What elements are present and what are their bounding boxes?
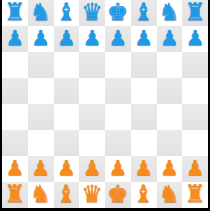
square-b8[interactable]: ♞ bbox=[28, 0, 54, 26]
square-h6[interactable] bbox=[182, 52, 208, 78]
piece-orange-pawn[interactable]: ♟ bbox=[134, 158, 153, 179]
piece-blue-pawn[interactable]: ♟ bbox=[5, 28, 24, 49]
square-e3[interactable] bbox=[105, 130, 131, 156]
piece-orange-bishop[interactable]: ♝ bbox=[133, 182, 155, 206]
square-a3[interactable] bbox=[2, 130, 28, 156]
piece-orange-rook[interactable]: ♜ bbox=[4, 182, 26, 206]
square-f8[interactable]: ♝ bbox=[131, 0, 157, 26]
piece-blue-pawn[interactable]: ♟ bbox=[57, 28, 76, 49]
square-a2[interactable]: ♟ bbox=[2, 156, 28, 182]
piece-blue-queen[interactable]: ♛ bbox=[81, 0, 103, 24]
square-f7[interactable]: ♟ bbox=[131, 26, 157, 52]
square-a8[interactable]: ♜ bbox=[2, 0, 28, 26]
square-c3[interactable] bbox=[54, 130, 80, 156]
square-f4[interactable] bbox=[131, 104, 157, 130]
square-d5[interactable] bbox=[79, 78, 105, 104]
piece-orange-knight[interactable]: ♞ bbox=[30, 182, 52, 206]
square-c1[interactable]: ♝ bbox=[54, 182, 80, 208]
square-a6[interactable] bbox=[2, 52, 28, 78]
square-g3[interactable] bbox=[157, 130, 183, 156]
square-d1[interactable]: ♛ bbox=[79, 182, 105, 208]
piece-blue-pawn[interactable]: ♟ bbox=[31, 28, 50, 49]
square-b4[interactable] bbox=[28, 104, 54, 130]
piece-orange-pawn[interactable]: ♟ bbox=[186, 158, 205, 179]
square-g4[interactable] bbox=[157, 104, 183, 130]
square-f2[interactable]: ♟ bbox=[131, 156, 157, 182]
square-g8[interactable]: ♞ bbox=[157, 0, 183, 26]
piece-orange-queen[interactable]: ♛ bbox=[81, 182, 103, 206]
piece-blue-bishop[interactable]: ♝ bbox=[56, 0, 78, 24]
square-a1[interactable]: ♜ bbox=[2, 182, 28, 208]
square-g6[interactable] bbox=[157, 52, 183, 78]
square-e4[interactable] bbox=[105, 104, 131, 130]
piece-blue-pawn[interactable]: ♟ bbox=[83, 28, 102, 49]
chess-board: ♜♞♝♛♚♝♞♜♟♟♟♟♟♟♟♟♟♟♟♟♟♟♟♟♜♞♝♛♚♝♞♜ bbox=[2, 0, 208, 208]
square-f6[interactable] bbox=[131, 52, 157, 78]
square-d3[interactable] bbox=[79, 130, 105, 156]
square-b1[interactable]: ♞ bbox=[28, 182, 54, 208]
square-h8[interactable]: ♜ bbox=[182, 0, 208, 26]
square-g1[interactable]: ♞ bbox=[157, 182, 183, 208]
square-e7[interactable]: ♟ bbox=[105, 26, 131, 52]
square-c8[interactable]: ♝ bbox=[54, 0, 80, 26]
square-e6[interactable] bbox=[105, 52, 131, 78]
square-g2[interactable]: ♟ bbox=[157, 156, 183, 182]
piece-orange-pawn[interactable]: ♟ bbox=[108, 158, 127, 179]
square-e5[interactable] bbox=[105, 78, 131, 104]
square-c6[interactable] bbox=[54, 52, 80, 78]
piece-orange-pawn[interactable]: ♟ bbox=[83, 158, 102, 179]
square-b7[interactable]: ♟ bbox=[28, 26, 54, 52]
piece-orange-pawn[interactable]: ♟ bbox=[31, 158, 50, 179]
square-f1[interactable]: ♝ bbox=[131, 182, 157, 208]
square-d7[interactable]: ♟ bbox=[79, 26, 105, 52]
square-h2[interactable]: ♟ bbox=[182, 156, 208, 182]
piece-orange-bishop[interactable]: ♝ bbox=[56, 182, 78, 206]
square-h3[interactable] bbox=[182, 130, 208, 156]
piece-blue-pawn[interactable]: ♟ bbox=[134, 28, 153, 49]
piece-blue-rook[interactable]: ♜ bbox=[4, 0, 26, 24]
square-f3[interactable] bbox=[131, 130, 157, 156]
square-h5[interactable] bbox=[182, 78, 208, 104]
square-a5[interactable] bbox=[2, 78, 28, 104]
piece-blue-knight[interactable]: ♞ bbox=[30, 0, 52, 24]
piece-blue-king[interactable]: ♚ bbox=[107, 0, 129, 24]
square-f5[interactable] bbox=[131, 78, 157, 104]
piece-blue-bishop[interactable]: ♝ bbox=[133, 0, 155, 24]
square-c4[interactable] bbox=[54, 104, 80, 130]
square-e2[interactable]: ♟ bbox=[105, 156, 131, 182]
square-h1[interactable]: ♜ bbox=[182, 182, 208, 208]
square-e8[interactable]: ♚ bbox=[105, 0, 131, 26]
square-d4[interactable] bbox=[79, 104, 105, 130]
piece-blue-pawn[interactable]: ♟ bbox=[108, 28, 127, 49]
square-g7[interactable]: ♟ bbox=[157, 26, 183, 52]
square-d8[interactable]: ♛ bbox=[79, 0, 105, 26]
square-d2[interactable]: ♟ bbox=[79, 156, 105, 182]
square-c2[interactable]: ♟ bbox=[54, 156, 80, 182]
piece-orange-pawn[interactable]: ♟ bbox=[5, 158, 24, 179]
square-c7[interactable]: ♟ bbox=[54, 26, 80, 52]
square-b5[interactable] bbox=[28, 78, 54, 104]
square-e1[interactable]: ♚ bbox=[105, 182, 131, 208]
piece-orange-pawn[interactable]: ♟ bbox=[160, 158, 179, 179]
chess-app-screenshot: ♜♞♝♛♚♝♞♜♟♟♟♟♟♟♟♟♟♟♟♟♟♟♟♟♜♞♝♛♚♝♞♜ bbox=[0, 0, 210, 211]
square-d6[interactable] bbox=[79, 52, 105, 78]
square-h4[interactable] bbox=[182, 104, 208, 130]
square-g5[interactable] bbox=[157, 78, 183, 104]
piece-orange-rook[interactable]: ♜ bbox=[184, 182, 206, 206]
piece-blue-knight[interactable]: ♞ bbox=[159, 0, 181, 24]
piece-blue-pawn[interactable]: ♟ bbox=[186, 28, 205, 49]
square-a4[interactable] bbox=[2, 104, 28, 130]
square-b3[interactable] bbox=[28, 130, 54, 156]
square-c5[interactable] bbox=[54, 78, 80, 104]
square-b2[interactable]: ♟ bbox=[28, 156, 54, 182]
piece-orange-knight[interactable]: ♞ bbox=[159, 182, 181, 206]
piece-orange-pawn[interactable]: ♟ bbox=[57, 158, 76, 179]
square-h7[interactable]: ♟ bbox=[182, 26, 208, 52]
square-b6[interactable] bbox=[28, 52, 54, 78]
piece-blue-rook[interactable]: ♜ bbox=[184, 0, 206, 24]
piece-blue-pawn[interactable]: ♟ bbox=[160, 28, 179, 49]
square-a7[interactable]: ♟ bbox=[2, 26, 28, 52]
piece-orange-king[interactable]: ♚ bbox=[107, 182, 129, 206]
